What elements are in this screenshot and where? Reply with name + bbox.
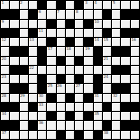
cell-r4c6[interactable] (47, 29, 55, 37)
cell-r5c11[interactable]: 14 (94, 38, 102, 46)
cell-r4c4-black (29, 29, 37, 37)
cell-r2c5[interactable]: 6 (38, 10, 46, 18)
cell-r1c2[interactable] (10, 1, 18, 9)
cell-r9c5-black (38, 75, 46, 83)
cell-r11c14[interactable] (121, 94, 129, 102)
clue-number-16: 16 (131, 38, 136, 43)
clue-number-24: 24 (103, 75, 108, 80)
cell-r2c7[interactable]: 7 (57, 10, 65, 18)
cell-r8c1[interactable] (1, 66, 9, 74)
cell-r8c5[interactable] (38, 66, 46, 74)
cell-r2c9[interactable]: 8 (75, 10, 83, 18)
cell-r10c4[interactable] (29, 84, 37, 92)
crossword-grid: 1234567891011121314151617181920212223242… (0, 0, 140, 140)
cell-r6c11-black (94, 47, 102, 55)
clue-number-6: 6 (39, 10, 41, 15)
cell-r6c5-black (38, 47, 46, 55)
cell-r6c1[interactable] (1, 47, 9, 55)
cell-r11c4[interactable] (29, 94, 37, 102)
cell-r6c3-black (20, 47, 28, 55)
cell-r13c7[interactable] (57, 112, 65, 120)
cell-r12c13[interactable] (112, 103, 120, 111)
cell-r15c4[interactable] (29, 131, 37, 139)
cell-r3c4[interactable] (29, 20, 37, 28)
cell-r13c8-black (66, 112, 74, 120)
cell-r13c9[interactable] (75, 112, 83, 120)
cell-r10c8[interactable] (66, 84, 74, 92)
cell-r10c1[interactable] (1, 84, 9, 92)
cell-r12c8[interactable] (66, 103, 74, 111)
clue-number-34: 34 (2, 112, 7, 117)
cell-r9c6[interactable] (47, 75, 55, 83)
cell-r4c7[interactable] (57, 29, 65, 37)
cell-r1c14[interactable] (121, 1, 129, 9)
cell-r10c14-black (121, 84, 129, 92)
cell-r11c6-black (47, 94, 55, 102)
cell-r12c6[interactable] (47, 103, 55, 111)
cell-r11c10-black (84, 94, 92, 102)
cell-r15c12[interactable]: 38 (103, 131, 111, 139)
cell-r8c3-black (20, 66, 28, 74)
cell-r7c8[interactable] (66, 57, 74, 65)
clue-number-37: 37 (2, 131, 7, 136)
cell-r10c15[interactable] (131, 84, 139, 92)
clue-number-1: 1 (2, 1, 4, 6)
cell-r14c2-black (10, 121, 18, 129)
cell-r9c14[interactable] (121, 75, 129, 83)
cell-r4c1-black (1, 29, 9, 37)
cell-r5c1[interactable]: 12 (1, 38, 9, 46)
clue-number-8: 8 (76, 10, 78, 15)
cell-r6c8[interactable]: 18 (66, 47, 74, 55)
cell-r12c11[interactable] (94, 103, 102, 111)
cell-r11c13[interactable]: 32 (112, 94, 120, 102)
cell-r3c11[interactable]: 10 (94, 20, 102, 28)
cell-r10c9[interactable]: 27 (75, 84, 83, 92)
cell-r12c9[interactable] (75, 103, 83, 111)
cell-r5c10-black (84, 38, 92, 46)
cell-r10c2-black (10, 84, 18, 92)
cell-r1c9-black (75, 1, 83, 9)
cell-r9c2[interactable] (10, 75, 18, 83)
cell-r12c5[interactable]: 33 (38, 103, 46, 111)
clue-number-35: 35 (94, 112, 99, 117)
clue-number-27: 27 (76, 84, 81, 89)
clue-number-3: 3 (85, 1, 87, 6)
cell-r8c2-black (10, 66, 18, 74)
cell-r1c11[interactable]: 4 (94, 1, 102, 9)
cell-r11c1[interactable]: 28 (1, 94, 9, 102)
cell-r3c1[interactable]: 9 (1, 20, 9, 28)
cell-r7c15[interactable] (131, 57, 139, 65)
cell-r4c15-black (131, 29, 139, 37)
cell-r3c15[interactable] (131, 20, 139, 28)
cell-r7c13[interactable] (112, 57, 120, 65)
cell-r6c10[interactable]: 19 (84, 47, 92, 55)
cell-r9c9-black (75, 75, 83, 83)
cell-r12c1-black (1, 103, 9, 111)
cell-r10c6[interactable]: 25 (47, 84, 55, 92)
cell-r1c6[interactable] (47, 1, 55, 9)
cell-r1c7-black (57, 1, 65, 9)
cell-r7c1[interactable]: 20 (1, 57, 9, 65)
cell-r6c15[interactable] (131, 47, 139, 55)
cell-r1c1[interactable]: 1 (1, 1, 9, 9)
clue-number-28: 28 (2, 94, 7, 99)
cell-r3c3[interactable] (20, 20, 28, 28)
cell-r12c3[interactable] (20, 103, 28, 111)
cell-r8c4[interactable]: 22 (29, 66, 37, 74)
cell-r13c6-black (47, 112, 55, 120)
clue-number-12: 12 (2, 38, 7, 43)
cell-r11c2[interactable] (10, 94, 18, 102)
cell-r10c3-black (20, 84, 28, 92)
cell-r14c13[interactable] (112, 121, 120, 129)
cell-r6c6[interactable]: 17 (47, 47, 55, 55)
clue-number-30: 30 (39, 94, 44, 99)
cell-r9c11-black (94, 75, 102, 83)
clue-number-38: 38 (103, 131, 108, 136)
clue-number-25: 25 (48, 84, 53, 89)
cell-r5c8-black (66, 38, 74, 46)
cell-r6c2-black (10, 47, 18, 55)
cell-r12c15-black (131, 103, 139, 111)
cell-r11c12[interactable] (103, 94, 111, 102)
cell-r13c10-black (84, 112, 92, 120)
cell-r12c7[interactable] (57, 103, 65, 111)
cell-r1c3[interactable]: 2 (20, 1, 28, 9)
cell-r12c2-black (10, 103, 18, 111)
cell-r7c9-black (75, 57, 83, 65)
cell-r3c6-black (47, 20, 55, 28)
cell-r15c9-black (75, 131, 83, 139)
clue-number-18: 18 (66, 47, 71, 52)
cell-r3c12[interactable] (103, 20, 111, 28)
cell-r5c2[interactable] (10, 38, 18, 46)
cell-r5c14[interactable] (121, 38, 129, 46)
cell-r8c9[interactable] (75, 66, 83, 74)
cell-r8c14-black (121, 66, 129, 74)
cell-r4c13[interactable] (112, 29, 120, 37)
cell-r3c14[interactable] (121, 20, 129, 28)
cell-r9c7-black (57, 75, 65, 83)
clue-number-31: 31 (94, 94, 99, 99)
cell-r5c9[interactable] (75, 38, 83, 46)
cell-r7c12[interactable]: 21 (103, 57, 111, 65)
cell-r7c5-black (38, 57, 46, 65)
cell-r14c11[interactable] (94, 121, 102, 129)
cell-r13c12[interactable] (103, 112, 111, 120)
cell-r7c11-black (94, 57, 102, 65)
cell-r15c6[interactable] (47, 131, 55, 139)
clue-number-7: 7 (57, 10, 59, 15)
cell-r2c12-black (103, 10, 111, 18)
clue-number-11: 11 (39, 29, 44, 34)
cell-r2c15-black (131, 10, 139, 18)
clue-number-14: 14 (94, 38, 99, 43)
cell-r5c15[interactable]: 16 (131, 38, 139, 46)
cell-r11c15[interactable] (131, 94, 139, 102)
cell-r11c11[interactable]: 31 (94, 94, 102, 102)
cell-r1c13[interactable]: 5 (112, 1, 120, 9)
cell-r15c10[interactable] (84, 131, 92, 139)
cell-r3c13[interactable] (112, 20, 120, 28)
cell-r4c10[interactable] (84, 29, 92, 37)
cell-r15c8[interactable] (66, 131, 74, 139)
clue-number-5: 5 (113, 1, 115, 6)
cell-r13c5[interactable] (38, 112, 46, 120)
cell-r11c5[interactable]: 30 (38, 94, 46, 102)
cell-r1c8[interactable] (66, 1, 74, 9)
cell-r1c4[interactable] (29, 1, 37, 9)
cell-r3c9[interactable] (75, 20, 83, 28)
cell-r4c11[interactable] (94, 29, 102, 37)
cell-r4c2-black (10, 29, 18, 37)
cell-r14c1-black (1, 121, 9, 129)
cell-r15c5[interactable] (38, 131, 46, 139)
cell-r7c2[interactable] (10, 57, 18, 65)
clue-number-22: 22 (29, 66, 34, 71)
cell-r14c12-black (103, 121, 111, 129)
cell-r13c11[interactable]: 35 (94, 112, 102, 120)
cell-r1c5-black (38, 1, 46, 9)
cell-r15c1[interactable]: 37 (1, 131, 9, 139)
cell-r15c14[interactable] (121, 131, 129, 139)
cell-r6c13-black (112, 47, 120, 55)
cell-r2c13[interactable] (112, 10, 120, 18)
cell-r13c14[interactable] (121, 112, 129, 120)
cell-r3c2[interactable] (10, 20, 18, 28)
cell-r7c6[interactable] (47, 57, 55, 65)
cell-r14c14-black (121, 121, 129, 129)
cell-r7c3[interactable] (20, 57, 28, 65)
cell-r5c12[interactable]: 15 (103, 38, 111, 46)
cell-r14c8[interactable] (66, 121, 74, 129)
cell-r9c10[interactable] (84, 75, 92, 83)
cell-r8c7[interactable] (57, 66, 65, 74)
cell-r6c4[interactable] (29, 47, 37, 55)
clue-number-10: 10 (94, 20, 99, 25)
cell-r12c4-black (29, 103, 37, 111)
clue-number-15: 15 (103, 38, 108, 43)
cell-r11c3[interactable]: 29 (20, 94, 28, 102)
cell-r5c6-black (47, 38, 55, 46)
cell-r4c12-black (103, 29, 111, 37)
clue-number-33: 33 (39, 103, 44, 108)
cell-r4c9[interactable] (75, 29, 83, 37)
cell-r5c5[interactable] (38, 38, 46, 46)
cell-r9c13[interactable] (112, 75, 120, 83)
cell-r2c6[interactable] (47, 10, 55, 18)
cell-r13c4[interactable] (29, 112, 37, 120)
cell-r12c10[interactable] (84, 103, 92, 111)
cell-r13c1[interactable]: 34 (1, 112, 9, 120)
cell-r15c15[interactable] (131, 131, 139, 139)
cell-r2c2-black (10, 10, 18, 18)
cell-r10c7[interactable]: 26 (57, 84, 65, 92)
cell-r10c10[interactable] (84, 84, 92, 92)
cell-r9c8[interactable] (66, 75, 74, 83)
cell-r9c12[interactable]: 24 (103, 75, 111, 83)
cell-r9c3[interactable] (20, 75, 28, 83)
cell-r2c10[interactable] (84, 10, 92, 18)
cell-r8c12[interactable] (103, 66, 111, 74)
cell-r15c7-black (57, 131, 65, 139)
cell-r7c14[interactable] (121, 57, 129, 65)
cell-r1c15[interactable] (131, 1, 139, 9)
cell-r11c8-black (66, 94, 74, 102)
cell-r2c1-black (1, 10, 9, 18)
cell-r14c7[interactable] (57, 121, 65, 129)
cell-r9c15[interactable] (131, 75, 139, 83)
cell-r9c4[interactable] (29, 75, 37, 83)
cell-r3c5[interactable] (38, 20, 46, 28)
clue-number-19: 19 (85, 47, 90, 52)
clue-number-32: 32 (113, 94, 118, 99)
cell-r6c14-black (121, 47, 129, 55)
clue-number-21: 21 (103, 57, 108, 62)
cell-r12c12-black (103, 103, 111, 111)
cell-r1c12[interactable] (103, 1, 111, 9)
cell-r5c3[interactable] (20, 38, 28, 46)
cell-r8c11[interactable] (94, 66, 102, 74)
clue-number-9: 9 (2, 20, 4, 25)
cell-r8c13-black (112, 66, 120, 74)
cell-r15c13[interactable] (112, 131, 120, 139)
clue-number-29: 29 (20, 94, 25, 99)
cell-r10c13-black (112, 84, 120, 92)
cell-r14c4-black (29, 121, 37, 129)
clue-number-17: 17 (48, 47, 53, 52)
clue-number-26: 26 (57, 84, 62, 89)
clue-number-13: 13 (29, 38, 34, 43)
cell-r8c8[interactable] (66, 66, 74, 74)
cell-r14c3[interactable] (20, 121, 28, 129)
cell-r3c7[interactable] (57, 20, 65, 28)
cell-r7c7-black (57, 57, 65, 65)
clue-number-20: 20 (2, 57, 7, 62)
clue-number-23: 23 (2, 75, 7, 80)
cell-r4c8[interactable] (66, 29, 74, 37)
cell-r14c5[interactable]: 36 (38, 121, 46, 129)
cell-r12c14-black (121, 103, 129, 111)
cell-r10c12[interactable] (103, 84, 111, 92)
cell-r2c8[interactable] (66, 10, 74, 18)
cell-r13c3[interactable] (20, 112, 28, 120)
cell-r3c8-black (66, 20, 74, 28)
cell-r2c11[interactable] (94, 10, 102, 18)
cell-r10c11-black (94, 84, 102, 92)
cell-r4c14-black (121, 29, 129, 37)
cell-r15c2[interactable] (10, 131, 18, 139)
cell-r13c13[interactable] (112, 112, 120, 120)
cell-r7c4[interactable] (29, 57, 37, 65)
cell-r7c10[interactable] (84, 57, 92, 65)
cell-r14c10[interactable] (84, 121, 92, 129)
cell-r9c1[interactable]: 23 (1, 75, 9, 83)
cell-r15c3[interactable] (20, 131, 28, 139)
cell-r2c3[interactable] (20, 10, 28, 18)
cell-r2c4-black (29, 10, 37, 18)
cell-r15c11-black (94, 131, 102, 139)
cell-r10c5-black (38, 84, 46, 92)
cell-r8c15[interactable] (131, 66, 139, 74)
cell-r14c15-black (131, 121, 139, 129)
cell-r8c6[interactable] (47, 66, 55, 74)
cell-r11c9[interactable] (75, 94, 83, 102)
cell-r13c15[interactable] (131, 112, 139, 120)
cell-r14c9[interactable] (75, 121, 83, 129)
cell-r8c10[interactable] (84, 66, 92, 74)
cell-r3c10-black (84, 20, 92, 28)
clue-number-36: 36 (39, 121, 44, 126)
cell-r6c12[interactable] (103, 47, 111, 55)
cell-r11c7[interactable] (57, 94, 65, 102)
cell-r13c2[interactable] (10, 112, 18, 120)
clue-number-2: 2 (20, 1, 22, 6)
cell-r6c7[interactable] (57, 47, 65, 55)
cell-r1c10[interactable]: 3 (84, 1, 92, 9)
cell-r2c14-black (121, 10, 129, 18)
cell-r5c7[interactable] (57, 38, 65, 46)
cell-r6c9[interactable] (75, 47, 83, 55)
cell-r5c4[interactable]: 13 (29, 38, 37, 46)
cell-r5c13[interactable] (112, 38, 120, 46)
cell-r4c3[interactable] (20, 29, 28, 37)
cell-r4c5[interactable]: 11 (38, 29, 46, 37)
cell-r14c6[interactable] (47, 121, 55, 129)
clue-number-4: 4 (94, 1, 96, 6)
